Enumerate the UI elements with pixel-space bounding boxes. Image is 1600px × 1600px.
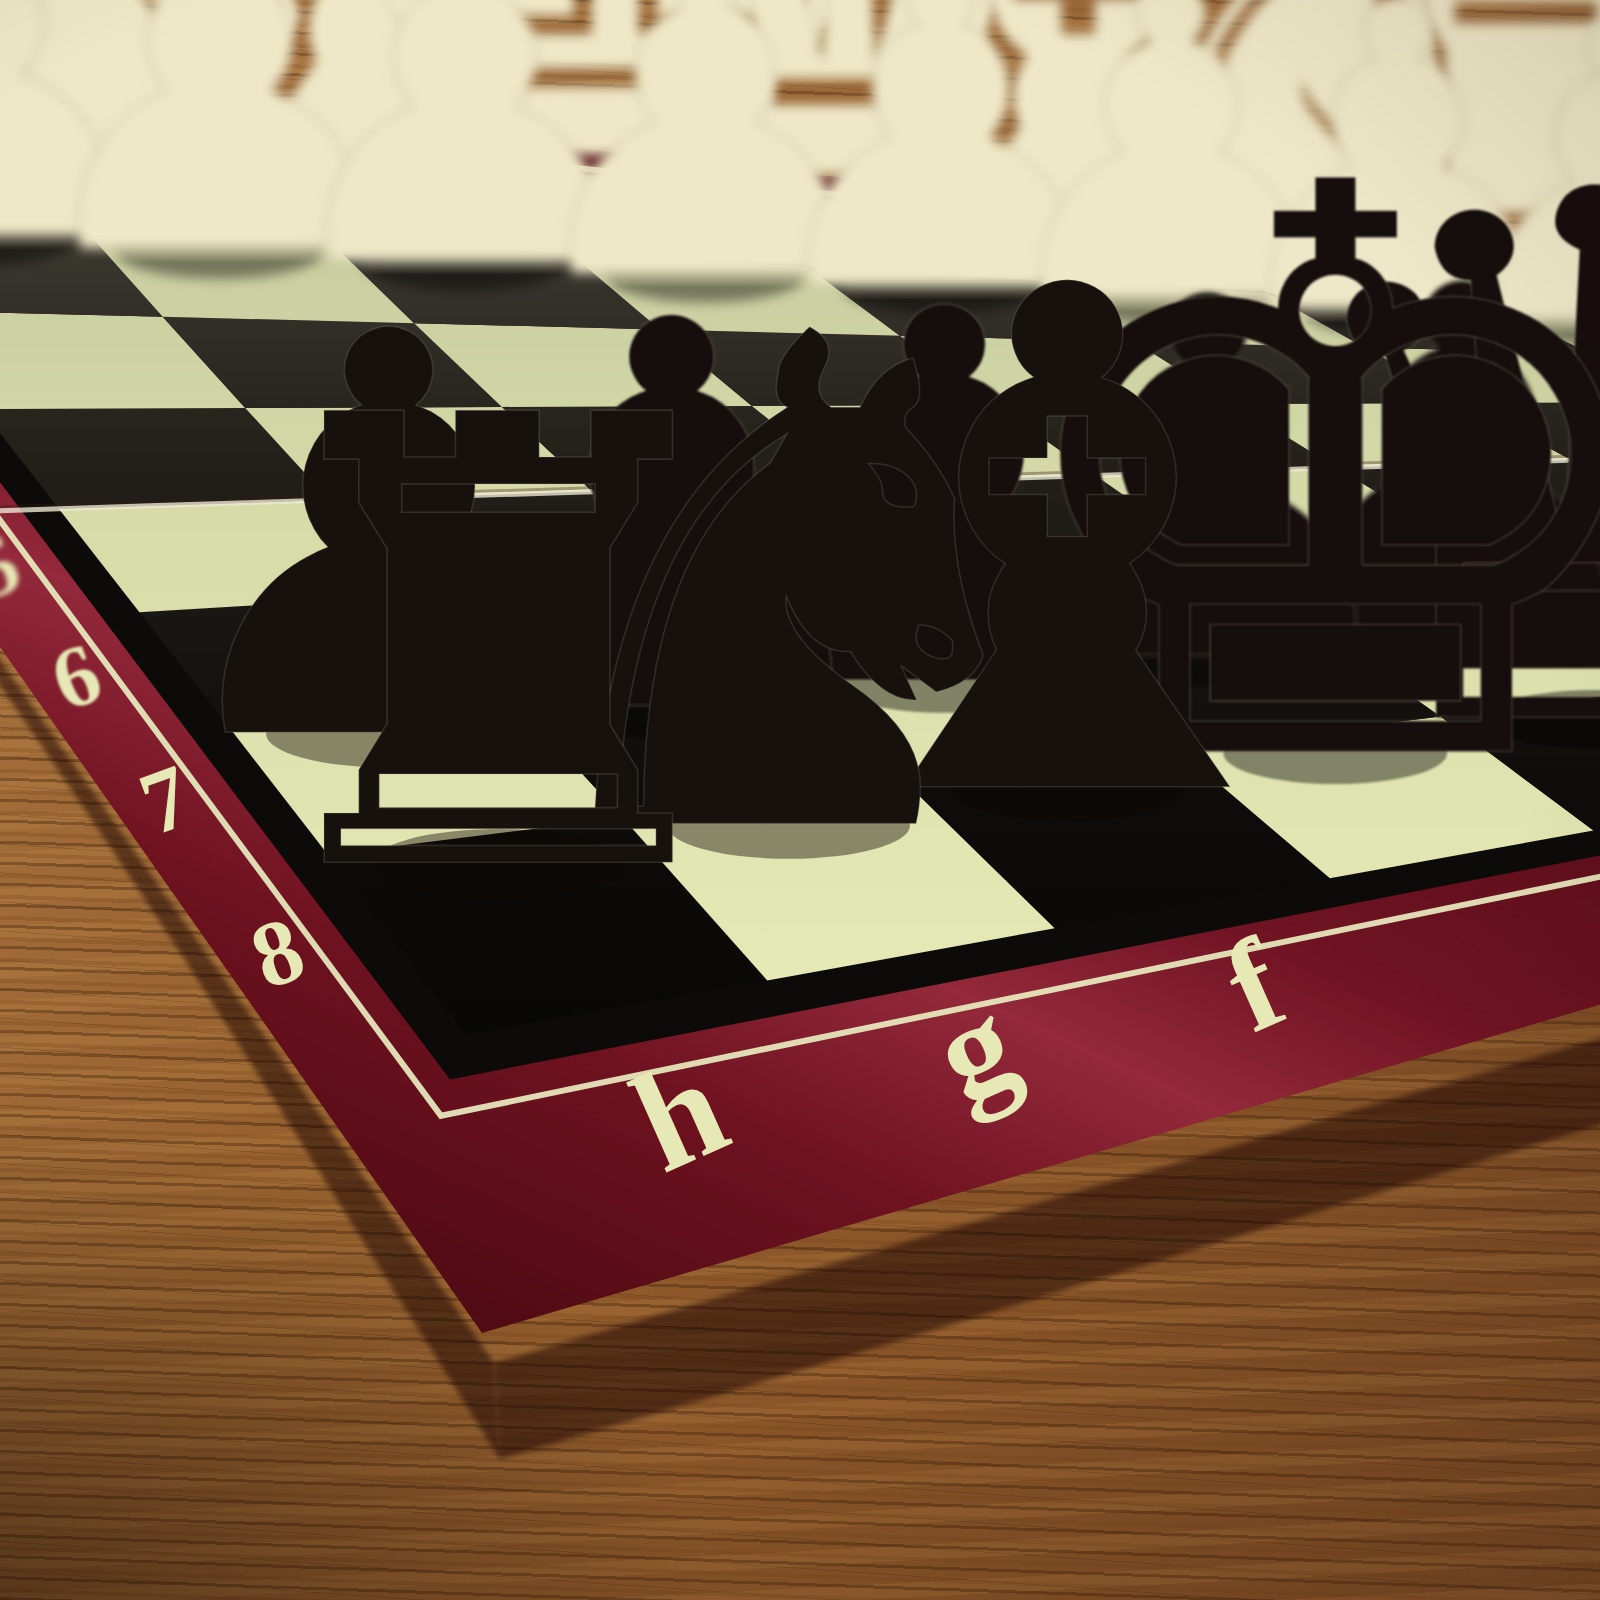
piece-black-rook-h8[interactable]: ♜ bbox=[221, 287, 776, 1008]
pieces-layer: ♜♞♝♚♛♟♝♟♞♟♟♜♟♟♟♟♟♟♟♜♟♞♟♟♝♟♛♟♚♝♞♜ bbox=[0, 0, 1600, 1008]
chessboard: 8765hgf ♜♞♝♚♛♟♝♟♞♟♟♜♟♟♟♟♟♟♟♜♟♞♟♟♝♟♛♟♚♝♞♜ bbox=[0, 0, 1600, 1600]
piece-glyph: ♜ bbox=[221, 287, 776, 1008]
photo-scene: 8765hgf ♜♞♝♚♛♟♝♟♞♟♟♜♟♟♟♟♟♟♟♜♟♞♟♟♝♟♛♟♚♝♞♜ bbox=[0, 0, 1600, 1600]
